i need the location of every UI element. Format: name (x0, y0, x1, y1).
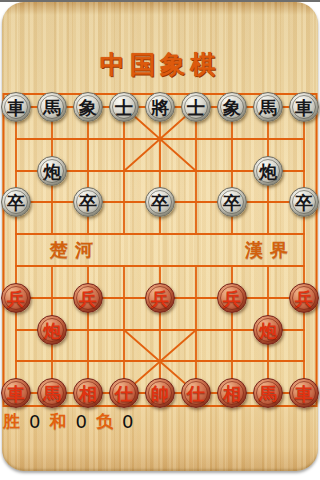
wins-value: 0 (29, 411, 40, 432)
piece-black-elephant[interactable]: 象 (73, 92, 103, 122)
piece-red-chariot[interactable]: 車 (289, 378, 319, 408)
piece-black-soldier[interactable]: 卒 (145, 187, 175, 217)
piece-red-soldier[interactable]: 兵 (217, 283, 247, 313)
piece-red-soldier[interactable]: 兵 (73, 283, 103, 313)
piece-black-cannon[interactable]: 炮 (253, 156, 283, 186)
piece-black-chariot[interactable]: 車 (1, 92, 31, 122)
piece-red-cannon[interactable]: 炮 (253, 315, 283, 345)
piece-red-soldier[interactable]: 兵 (1, 283, 31, 313)
losses-label: 负 (96, 410, 113, 433)
piece-black-chariot[interactable]: 車 (289, 92, 319, 122)
piece-black-horse[interactable]: 馬 (253, 92, 283, 122)
piece-red-cannon[interactable]: 炮 (37, 315, 67, 345)
river-label-right: 漢界 (245, 238, 295, 262)
piece-red-advisor[interactable]: 仕 (181, 378, 211, 408)
piece-black-cannon[interactable]: 炮 (37, 156, 67, 186)
piece-black-elephant[interactable]: 象 (217, 92, 247, 122)
app-screen: 中国象棋 (0, 0, 320, 480)
piece-red-elephant[interactable]: 相 (217, 378, 247, 408)
piece-red-horse[interactable]: 馬 (37, 378, 67, 408)
piece-black-horse[interactable]: 馬 (37, 92, 67, 122)
draws-value: 0 (75, 411, 86, 432)
piece-red-advisor[interactable]: 仕 (109, 378, 139, 408)
river-label-left: 楚河 (50, 238, 100, 262)
draws-label: 和 (49, 410, 66, 433)
piece-black-soldier[interactable]: 卒 (1, 187, 31, 217)
app-title: 中国象棋 (0, 48, 320, 81)
piece-red-horse[interactable]: 馬 (253, 378, 283, 408)
piece-red-soldier[interactable]: 兵 (289, 283, 319, 313)
piece-black-soldier[interactable]: 卒 (217, 187, 247, 217)
losses-value: 0 (122, 411, 133, 432)
piece-red-chariot[interactable]: 車 (1, 378, 31, 408)
piece-red-soldier[interactable]: 兵 (145, 283, 175, 313)
piece-black-soldier[interactable]: 卒 (289, 187, 319, 217)
status-bar: 胜 0 和 0 负 0 (3, 409, 133, 433)
piece-black-advisor[interactable]: 士 (109, 92, 139, 122)
piece-black-advisor[interactable]: 士 (181, 92, 211, 122)
piece-black-soldier[interactable]: 卒 (73, 187, 103, 217)
piece-black-general[interactable]: 將 (145, 92, 175, 122)
piece-red-elephant[interactable]: 相 (73, 378, 103, 408)
window-top-edge (0, 0, 320, 2)
piece-red-marshal[interactable]: 帥 (145, 378, 175, 408)
wins-label: 胜 (3, 410, 20, 433)
